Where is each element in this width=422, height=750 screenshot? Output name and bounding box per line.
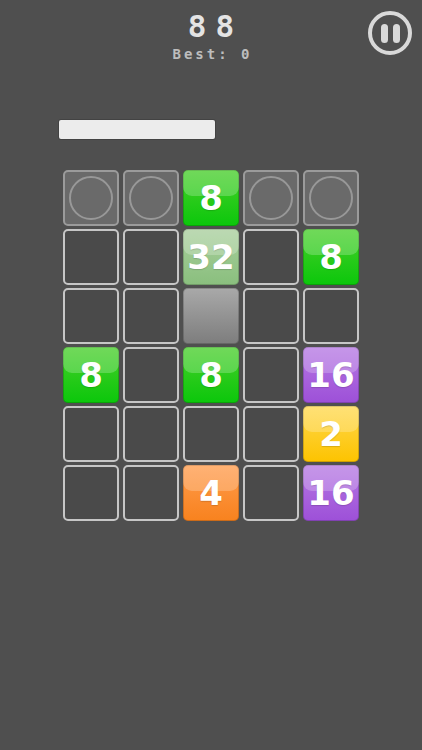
empty-cell bbox=[123, 229, 179, 285]
empty-cell bbox=[243, 406, 299, 462]
empty-cell bbox=[243, 229, 299, 285]
slot-circle-icon bbox=[129, 176, 173, 220]
hud: 88 Best: 0 bbox=[0, 10, 422, 62]
pause-icon bbox=[393, 24, 400, 43]
empty-cell bbox=[63, 288, 119, 344]
tile-number: 2 bbox=[319, 417, 343, 451]
spawn-slot bbox=[123, 170, 179, 226]
tile-cell: 32 bbox=[183, 229, 239, 285]
empty-cell bbox=[123, 465, 179, 521]
empty-cell bbox=[243, 288, 299, 344]
empty-cell bbox=[123, 406, 179, 462]
progress-bar bbox=[59, 120, 215, 139]
tile-8[interactable]: 8 bbox=[183, 347, 239, 403]
tile-cell: 2 bbox=[303, 406, 359, 462]
tile-cell: 8 bbox=[63, 347, 119, 403]
pause-button[interactable] bbox=[368, 11, 412, 55]
tile-2[interactable]: 2 bbox=[303, 406, 359, 462]
board: 832888162416 bbox=[63, 170, 359, 521]
tile-number: 32 bbox=[187, 240, 234, 274]
tile-cell: 4 bbox=[183, 465, 239, 521]
tile-number: 8 bbox=[199, 358, 223, 392]
empty-cell bbox=[243, 465, 299, 521]
empty-cell bbox=[303, 288, 359, 344]
spawn-slot bbox=[243, 170, 299, 226]
tile-number: 8 bbox=[319, 240, 343, 274]
tile-ghost bbox=[183, 288, 239, 344]
tile-number: 4 bbox=[199, 476, 223, 510]
tile-16[interactable]: 16 bbox=[303, 347, 359, 403]
tile-cell: 8 bbox=[183, 170, 239, 226]
tile-4[interactable]: 4 bbox=[183, 465, 239, 521]
empty-cell bbox=[123, 347, 179, 403]
empty-cell bbox=[63, 229, 119, 285]
empty-cell bbox=[243, 347, 299, 403]
tile-32[interactable]: 32 bbox=[183, 229, 239, 285]
tile-number: 8 bbox=[79, 358, 103, 392]
spawn-slot bbox=[303, 170, 359, 226]
empty-cell bbox=[63, 406, 119, 462]
tile-cell bbox=[183, 288, 239, 344]
pause-icon bbox=[381, 24, 388, 43]
score-value: 88 bbox=[0, 10, 422, 43]
slot-circle-icon bbox=[69, 176, 113, 220]
slot-circle-icon bbox=[249, 176, 293, 220]
empty-cell bbox=[63, 465, 119, 521]
best-score: Best: 0 bbox=[0, 46, 422, 62]
tile-16[interactable]: 16 bbox=[303, 465, 359, 521]
empty-cell bbox=[123, 288, 179, 344]
empty-cell bbox=[183, 406, 239, 462]
tile-cell: 16 bbox=[303, 347, 359, 403]
tile-cell: 8 bbox=[183, 347, 239, 403]
tile-number: 8 bbox=[199, 181, 223, 215]
tile-cell: 16 bbox=[303, 465, 359, 521]
tile-8[interactable]: 8 bbox=[183, 170, 239, 226]
game-screen: 88 Best: 0 832888162416 bbox=[0, 0, 422, 750]
tile-8[interactable]: 8 bbox=[303, 229, 359, 285]
slot-circle-icon bbox=[309, 176, 353, 220]
spawn-slot bbox=[63, 170, 119, 226]
tile-number: 16 bbox=[307, 358, 354, 392]
tile-cell: 8 bbox=[303, 229, 359, 285]
tile-8[interactable]: 8 bbox=[63, 347, 119, 403]
tile-number: 16 bbox=[307, 476, 354, 510]
